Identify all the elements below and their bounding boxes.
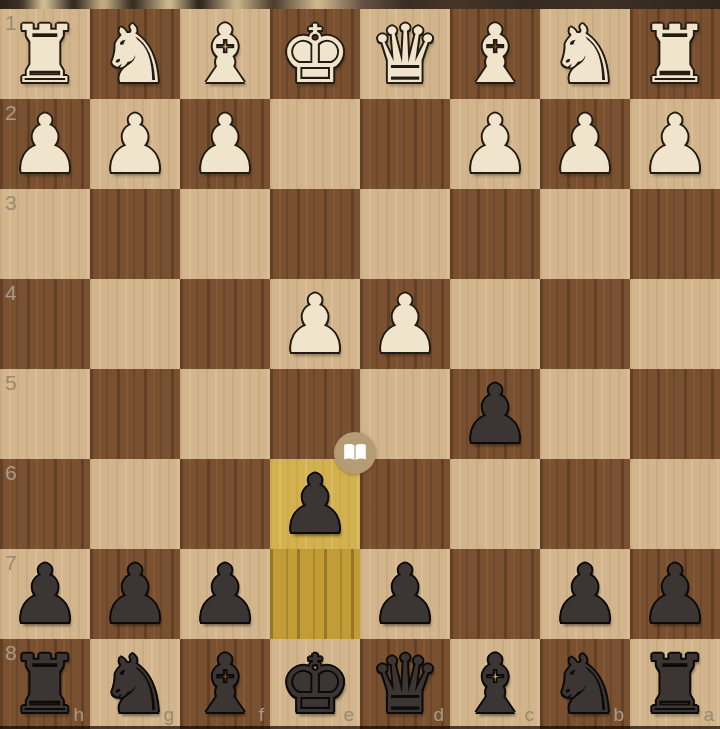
square-c2[interactable]: ♟ — [450, 99, 540, 189]
square-g1[interactable]: ♞ — [90, 9, 180, 99]
white-bishop-c1[interactable]: ♝ — [450, 10, 540, 100]
square-f7[interactable]: ♟ — [180, 549, 270, 639]
square-c1[interactable]: ♝ — [450, 9, 540, 99]
black-rook-a8[interactable]: ♜ — [630, 640, 720, 729]
square-f8[interactable]: f♝ — [180, 639, 270, 729]
square-h6[interactable]: 6 — [0, 459, 90, 549]
square-g5[interactable] — [90, 369, 180, 459]
square-e4[interactable]: ♟ — [270, 279, 360, 369]
black-bishop-f8[interactable]: ♝ — [180, 640, 270, 729]
white-queen-d1[interactable]: ♛ — [360, 10, 450, 100]
square-g8[interactable]: g♞ — [90, 639, 180, 729]
white-rook-h1[interactable]: ♜ — [0, 10, 90, 100]
square-a5[interactable] — [630, 369, 720, 459]
square-c5[interactable]: ♟ — [450, 369, 540, 459]
square-b7[interactable]: ♟ — [540, 549, 630, 639]
square-d1[interactable]: ♛ — [360, 9, 450, 99]
square-a8[interactable]: a♜ — [630, 639, 720, 729]
black-knight-b8[interactable]: ♞ — [540, 640, 630, 729]
black-king-e8[interactable]: ♚ — [270, 640, 360, 729]
square-g6[interactable] — [90, 459, 180, 549]
square-g2[interactable]: ♟ — [90, 99, 180, 189]
square-f3[interactable] — [180, 189, 270, 279]
square-d8[interactable]: d♛ — [360, 639, 450, 729]
square-d7[interactable]: ♟ — [360, 549, 450, 639]
square-c8[interactable]: c♝ — [450, 639, 540, 729]
black-rook-h8[interactable]: ♜ — [0, 640, 90, 729]
rank-label-3: 3 — [5, 191, 17, 215]
open-book-icon — [342, 443, 368, 463]
white-bishop-f1[interactable]: ♝ — [180, 10, 270, 100]
black-bishop-c8[interactable]: ♝ — [450, 640, 540, 729]
square-f1[interactable]: ♝ — [180, 9, 270, 99]
square-a3[interactable] — [630, 189, 720, 279]
square-f5[interactable] — [180, 369, 270, 459]
square-h8[interactable]: 8h♜ — [0, 639, 90, 729]
white-pawn-h2[interactable]: ♟ — [0, 100, 90, 190]
rank-label-6: 6 — [5, 461, 17, 485]
square-a6[interactable] — [630, 459, 720, 549]
chess-board[interactable]: 1♜♞♝♚♛♝♞♜2♟♟♟♟♟♟34♟♟5♟6♟7♟♟♟♟♟♟8h♜g♞f♝e♚… — [0, 9, 720, 729]
square-h2[interactable]: 2♟ — [0, 99, 90, 189]
square-c6[interactable] — [450, 459, 540, 549]
rank-label-4: 4 — [5, 281, 17, 305]
white-rook-a1[interactable]: ♜ — [630, 10, 720, 100]
square-a2[interactable]: ♟ — [630, 99, 720, 189]
white-king-e1[interactable]: ♚ — [270, 10, 360, 100]
square-c4[interactable] — [450, 279, 540, 369]
square-b8[interactable]: b♞ — [540, 639, 630, 729]
black-queen-d8[interactable]: ♛ — [360, 640, 450, 729]
square-a4[interactable] — [630, 279, 720, 369]
white-knight-g1[interactable]: ♞ — [90, 10, 180, 100]
black-pawn-h7[interactable]: ♟ — [0, 550, 90, 640]
black-pawn-a7[interactable]: ♟ — [630, 550, 720, 640]
square-f4[interactable] — [180, 279, 270, 369]
square-b5[interactable] — [540, 369, 630, 459]
black-pawn-f7[interactable]: ♟ — [180, 550, 270, 640]
square-e1[interactable]: ♚ — [270, 9, 360, 99]
square-c7[interactable] — [450, 549, 540, 639]
black-pawn-d7[interactable]: ♟ — [360, 550, 450, 640]
square-f2[interactable]: ♟ — [180, 99, 270, 189]
white-pawn-d4[interactable]: ♟ — [360, 280, 450, 370]
square-g7[interactable]: ♟ — [90, 549, 180, 639]
white-pawn-b2[interactable]: ♟ — [540, 100, 630, 190]
white-knight-b1[interactable]: ♞ — [540, 10, 630, 100]
white-pawn-g2[interactable]: ♟ — [90, 100, 180, 190]
black-pawn-c5[interactable]: ♟ — [450, 370, 540, 460]
square-a7[interactable]: ♟ — [630, 549, 720, 639]
square-g3[interactable] — [90, 189, 180, 279]
square-b4[interactable] — [540, 279, 630, 369]
white-pawn-f2[interactable]: ♟ — [180, 100, 270, 190]
square-h5[interactable]: 5 — [0, 369, 90, 459]
white-pawn-e4[interactable]: ♟ — [270, 280, 360, 370]
square-g4[interactable] — [90, 279, 180, 369]
square-e7[interactable] — [270, 549, 360, 639]
square-e8[interactable]: e♚ — [270, 639, 360, 729]
square-b1[interactable]: ♞ — [540, 9, 630, 99]
white-pawn-a2[interactable]: ♟ — [630, 100, 720, 190]
square-b3[interactable] — [540, 189, 630, 279]
square-d2[interactable] — [360, 99, 450, 189]
opening-book-badge[interactable] — [334, 432, 376, 474]
square-b6[interactable] — [540, 459, 630, 549]
square-d3[interactable] — [360, 189, 450, 279]
square-e2[interactable] — [270, 99, 360, 189]
square-h3[interactable]: 3 — [0, 189, 90, 279]
black-pawn-g7[interactable]: ♟ — [90, 550, 180, 640]
black-knight-g8[interactable]: ♞ — [90, 640, 180, 729]
square-h4[interactable]: 4 — [0, 279, 90, 369]
black-pawn-e6[interactable]: ♟ — [270, 460, 360, 550]
square-d4[interactable]: ♟ — [360, 279, 450, 369]
square-c3[interactable] — [450, 189, 540, 279]
square-f6[interactable] — [180, 459, 270, 549]
white-pawn-c2[interactable]: ♟ — [450, 100, 540, 190]
square-d6[interactable] — [360, 459, 450, 549]
black-pawn-b7[interactable]: ♟ — [540, 550, 630, 640]
square-a1[interactable]: ♜ — [630, 9, 720, 99]
rank-label-5: 5 — [5, 371, 17, 395]
square-b2[interactable]: ♟ — [540, 99, 630, 189]
square-h1[interactable]: 1♜ — [0, 9, 90, 99]
square-e3[interactable] — [270, 189, 360, 279]
square-h7[interactable]: 7♟ — [0, 549, 90, 639]
